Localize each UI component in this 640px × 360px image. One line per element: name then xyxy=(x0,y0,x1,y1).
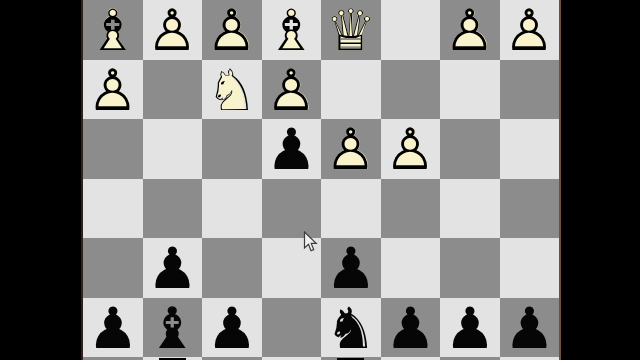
square-a4[interactable] xyxy=(500,119,560,179)
white-bishop: ♝♗ xyxy=(83,0,143,60)
letterbox-left xyxy=(0,0,81,360)
video-frame: ♝♗♟♙♟♙♝♗♛♕♟♙♟♙♟♙♞♘♟♙♟♟♙♟♙♟♟♟♝♟♞♟♟♟ xyxy=(0,0,640,360)
square-f4[interactable] xyxy=(202,119,262,179)
white-pawn: ♟♙ xyxy=(202,0,262,60)
square-g2[interactable]: ♟♙ xyxy=(143,0,203,60)
black-knight: ♞ xyxy=(321,298,381,358)
chess-board[interactable]: ♝♗♟♙♟♙♝♗♛♕♟♙♟♙♟♙♞♘♟♙♟♟♙♟♙♟♟♟♝♟♞♟♟♟ xyxy=(83,0,559,357)
white-pawn: ♟♙ xyxy=(321,119,381,179)
square-h6[interactable] xyxy=(83,238,143,298)
square-g7[interactable]: ♝ xyxy=(143,298,203,358)
white-pawn: ♟♙ xyxy=(381,119,441,179)
square-b3[interactable] xyxy=(440,60,500,120)
square-g4[interactable] xyxy=(143,119,203,179)
square-b4[interactable] xyxy=(440,119,500,179)
square-a6[interactable] xyxy=(500,238,560,298)
square-f2[interactable]: ♟♙ xyxy=(202,0,262,60)
square-e6[interactable] xyxy=(262,238,322,298)
white-queen: ♛♕ xyxy=(321,0,381,60)
square-h2[interactable]: ♝♗ xyxy=(83,0,143,60)
square-b5[interactable] xyxy=(440,179,500,239)
white-pawn: ♟♙ xyxy=(83,60,143,120)
white-knight: ♞♘ xyxy=(202,60,262,120)
square-c4[interactable]: ♟♙ xyxy=(381,119,441,179)
square-c2[interactable] xyxy=(381,0,441,60)
square-f5[interactable] xyxy=(202,179,262,239)
square-d7[interactable]: ♞ xyxy=(321,298,381,358)
square-e7[interactable] xyxy=(262,298,322,358)
black-pawn: ♟ xyxy=(381,298,441,358)
white-pawn: ♟♙ xyxy=(143,0,203,60)
white-bishop: ♝♗ xyxy=(262,0,322,60)
square-e3[interactable]: ♟♙ xyxy=(262,60,322,120)
square-a7[interactable]: ♟ xyxy=(500,298,560,358)
square-h4[interactable] xyxy=(83,119,143,179)
square-g5[interactable] xyxy=(143,179,203,239)
square-c3[interactable] xyxy=(381,60,441,120)
square-e5[interactable] xyxy=(262,179,322,239)
square-g3[interactable] xyxy=(143,60,203,120)
square-c5[interactable] xyxy=(381,179,441,239)
square-d2[interactable]: ♛♕ xyxy=(321,0,381,60)
letterbox-right xyxy=(561,0,640,360)
square-f6[interactable] xyxy=(202,238,262,298)
black-pawn: ♟ xyxy=(143,238,203,298)
square-d5[interactable] xyxy=(321,179,381,239)
square-h3[interactable]: ♟♙ xyxy=(83,60,143,120)
square-d4[interactable]: ♟♙ xyxy=(321,119,381,179)
black-pawn: ♟ xyxy=(202,298,262,358)
square-b2[interactable]: ♟♙ xyxy=(440,0,500,60)
board-frame-edge-right xyxy=(559,0,561,360)
square-b6[interactable] xyxy=(440,238,500,298)
square-f3[interactable]: ♞♘ xyxy=(202,60,262,120)
black-pawn: ♟ xyxy=(321,238,381,298)
square-c6[interactable] xyxy=(381,238,441,298)
square-h7[interactable]: ♟ xyxy=(83,298,143,358)
square-a2[interactable]: ♟♙ xyxy=(500,0,560,60)
square-g6[interactable]: ♟ xyxy=(143,238,203,298)
black-bishop: ♝ xyxy=(143,298,203,358)
square-c7[interactable]: ♟ xyxy=(381,298,441,358)
square-f7[interactable]: ♟ xyxy=(202,298,262,358)
black-pawn: ♟ xyxy=(500,298,560,358)
white-pawn: ♟♙ xyxy=(262,60,322,120)
square-e4[interactable]: ♟ xyxy=(262,119,322,179)
black-pawn: ♟ xyxy=(83,298,143,358)
square-h5[interactable] xyxy=(83,179,143,239)
square-a5[interactable] xyxy=(500,179,560,239)
white-pawn: ♟♙ xyxy=(500,0,560,60)
square-e2[interactable]: ♝♗ xyxy=(262,0,322,60)
square-d6[interactable]: ♟ xyxy=(321,238,381,298)
black-pawn: ♟ xyxy=(440,298,500,358)
square-a3[interactable] xyxy=(500,60,560,120)
white-pawn: ♟♙ xyxy=(440,0,500,60)
black-pawn: ♟ xyxy=(262,119,322,179)
square-b7[interactable]: ♟ xyxy=(440,298,500,358)
square-d3[interactable] xyxy=(321,60,381,120)
